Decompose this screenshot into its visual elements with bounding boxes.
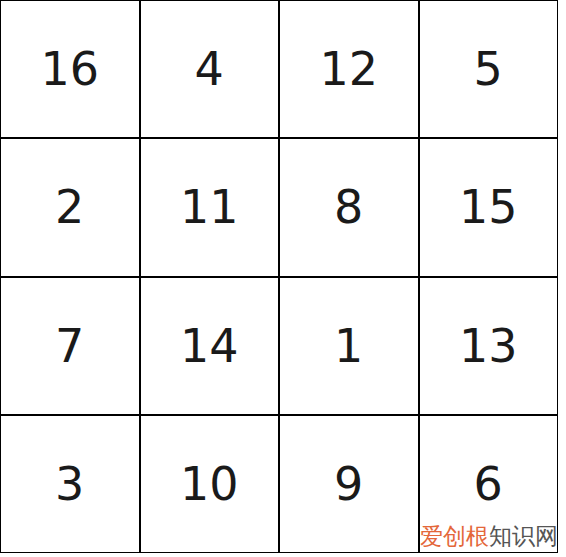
cell-r2c4: 15 bbox=[420, 139, 558, 275]
cell-r2c3: 8 bbox=[280, 139, 418, 275]
puzzle-page: 16 4 12 5 2 11 8 15 7 14 1 13 3 10 9 6 爱… bbox=[0, 0, 566, 557]
cell-r1c3: 12 bbox=[280, 1, 418, 137]
cell-r3c2: 14 bbox=[141, 278, 279, 414]
cell-r1c2: 4 bbox=[141, 1, 279, 137]
watermark-brand-secondary: 知识网 bbox=[489, 523, 558, 549]
site-watermark: 爱创根知识网 bbox=[420, 525, 558, 548]
cell-r2c1: 2 bbox=[1, 139, 139, 275]
cell-r1c1: 16 bbox=[1, 1, 139, 137]
cell-r3c4: 13 bbox=[420, 278, 558, 414]
cell-r4c1: 3 bbox=[1, 416, 139, 552]
watermark-brand-primary: 爱创根 bbox=[420, 523, 489, 549]
cell-r4c3: 9 bbox=[280, 416, 418, 552]
cell-r3c1: 7 bbox=[1, 278, 139, 414]
cell-r3c3: 1 bbox=[280, 278, 418, 414]
cell-r2c2: 11 bbox=[141, 139, 279, 275]
cell-r1c4: 5 bbox=[420, 1, 558, 137]
cell-r4c2: 10 bbox=[141, 416, 279, 552]
number-grid-board: 16 4 12 5 2 11 8 15 7 14 1 13 3 10 9 6 bbox=[0, 0, 558, 553]
